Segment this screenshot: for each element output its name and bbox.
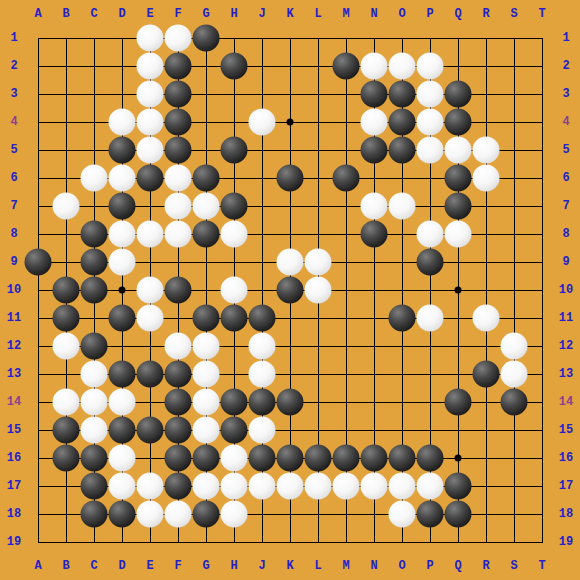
- black-stone-F15: [165, 417, 192, 444]
- black-stone-D15: [109, 417, 136, 444]
- column-label-bottom: A: [34, 559, 41, 573]
- black-stone-K16: [277, 445, 304, 472]
- row-label-left: 12: [7, 339, 21, 353]
- black-stone-O3: [389, 81, 416, 108]
- black-stone-J14: [249, 389, 276, 416]
- white-stone-N4: [361, 109, 388, 136]
- black-stone-F5: [165, 137, 192, 164]
- row-label-right: 12: [559, 339, 573, 353]
- black-stone-C9: [81, 249, 108, 276]
- column-label-bottom: F: [174, 559, 181, 573]
- black-stone-L16: [305, 445, 332, 472]
- black-stone-B15: [53, 417, 80, 444]
- white-stone-F1: [165, 25, 192, 52]
- row-label-right: 18: [559, 507, 573, 521]
- white-stone-G12: [193, 333, 220, 360]
- white-stone-Q8: [445, 221, 472, 248]
- grid-line-horizontal: [38, 542, 543, 543]
- black-stone-D11: [109, 305, 136, 332]
- white-stone-J17: [249, 473, 276, 500]
- row-label-right: 8: [562, 227, 569, 241]
- white-stone-F6: [165, 165, 192, 192]
- row-label-right: 10: [559, 283, 573, 297]
- column-label-bottom: S: [510, 559, 517, 573]
- black-stone-N5: [361, 137, 388, 164]
- white-stone-H8: [221, 221, 248, 248]
- column-label-bottom: Q: [454, 559, 461, 573]
- black-stone-B10: [53, 277, 80, 304]
- white-stone-H10: [221, 277, 248, 304]
- black-stone-Q4: [445, 109, 472, 136]
- white-stone-S12: [501, 333, 528, 360]
- white-stone-E1: [137, 25, 164, 52]
- row-label-right: 16: [559, 451, 573, 465]
- black-stone-K6: [277, 165, 304, 192]
- column-label-bottom: B: [62, 559, 69, 573]
- row-label-left: 6: [10, 171, 17, 185]
- black-stone-M16: [333, 445, 360, 472]
- white-stone-F7: [165, 193, 192, 220]
- row-label-right: 1: [562, 31, 569, 45]
- white-stone-H17: [221, 473, 248, 500]
- row-label-right: 19: [559, 535, 573, 549]
- column-label-top: Q: [454, 7, 461, 21]
- column-label-top: S: [510, 7, 517, 21]
- white-stone-N7: [361, 193, 388, 220]
- row-label-right: 15: [559, 423, 573, 437]
- row-label-left: 13: [7, 367, 21, 381]
- black-stone-G16: [193, 445, 220, 472]
- hoshi-point: [119, 287, 126, 294]
- white-stone-D9: [109, 249, 136, 276]
- black-stone-F10: [165, 277, 192, 304]
- black-stone-N8: [361, 221, 388, 248]
- black-stone-M2: [333, 53, 360, 80]
- white-stone-R6: [473, 165, 500, 192]
- black-stone-P16: [417, 445, 444, 472]
- row-label-left: 1: [10, 31, 17, 45]
- white-stone-E5: [137, 137, 164, 164]
- row-label-left: 3: [10, 87, 17, 101]
- black-stone-Q6: [445, 165, 472, 192]
- white-stone-E11: [137, 305, 164, 332]
- row-label-left: 14: [7, 395, 21, 409]
- row-label-left: 10: [7, 283, 21, 297]
- column-label-bottom: G: [202, 559, 209, 573]
- black-stone-S14: [501, 389, 528, 416]
- black-stone-A9: [25, 249, 52, 276]
- white-stone-O18: [389, 501, 416, 528]
- white-stone-L9: [305, 249, 332, 276]
- black-stone-C17: [81, 473, 108, 500]
- black-stone-J16: [249, 445, 276, 472]
- white-stone-H16: [221, 445, 248, 472]
- black-stone-F2: [165, 53, 192, 80]
- white-stone-G14: [193, 389, 220, 416]
- white-stone-D4: [109, 109, 136, 136]
- column-label-top: B: [62, 7, 69, 21]
- white-stone-D14: [109, 389, 136, 416]
- white-stone-B7: [53, 193, 80, 220]
- column-label-top: H: [230, 7, 237, 21]
- row-label-left: 4: [10, 115, 17, 129]
- white-stone-D8: [109, 221, 136, 248]
- black-stone-F17: [165, 473, 192, 500]
- column-label-bottom: P: [426, 559, 433, 573]
- white-stone-M17: [333, 473, 360, 500]
- column-label-bottom: L: [314, 559, 321, 573]
- column-label-bottom: R: [482, 559, 489, 573]
- column-label-top: F: [174, 7, 181, 21]
- black-stone-H15: [221, 417, 248, 444]
- white-stone-Q5: [445, 137, 472, 164]
- white-stone-D16: [109, 445, 136, 472]
- black-stone-Q18: [445, 501, 472, 528]
- white-stone-P4: [417, 109, 444, 136]
- grid-line-vertical: [514, 38, 515, 543]
- white-stone-G15: [193, 417, 220, 444]
- black-stone-H14: [221, 389, 248, 416]
- column-label-top: J: [258, 7, 265, 21]
- black-stone-H11: [221, 305, 248, 332]
- white-stone-J12: [249, 333, 276, 360]
- black-stone-H5: [221, 137, 248, 164]
- black-stone-C16: [81, 445, 108, 472]
- column-label-bottom: K: [286, 559, 293, 573]
- white-stone-R11: [473, 305, 500, 332]
- black-stone-D5: [109, 137, 136, 164]
- column-label-bottom: M: [342, 559, 349, 573]
- black-stone-G18: [193, 501, 220, 528]
- black-stone-B16: [53, 445, 80, 472]
- white-stone-E3: [137, 81, 164, 108]
- white-stone-K17: [277, 473, 304, 500]
- column-label-top: E: [146, 7, 153, 21]
- grid-line-vertical: [542, 38, 543, 543]
- white-stone-O2: [389, 53, 416, 80]
- black-stone-F13: [165, 361, 192, 388]
- row-label-left: 7: [10, 199, 17, 213]
- white-stone-H18: [221, 501, 248, 528]
- row-label-right: 9: [562, 255, 569, 269]
- column-label-top: L: [314, 7, 321, 21]
- black-stone-K14: [277, 389, 304, 416]
- row-label-right: 11: [559, 311, 573, 325]
- row-label-left: 8: [10, 227, 17, 241]
- white-stone-B14: [53, 389, 80, 416]
- white-stone-J15: [249, 417, 276, 444]
- white-stone-E17: [137, 473, 164, 500]
- row-label-right: 14: [559, 395, 573, 409]
- go-board[interactable]: AA11BB22CC33DD44EE55FF66GG77HH88JJ99KK10…: [0, 0, 580, 580]
- white-stone-E2: [137, 53, 164, 80]
- black-stone-H7: [221, 193, 248, 220]
- white-stone-E8: [137, 221, 164, 248]
- white-stone-L17: [305, 473, 332, 500]
- row-label-right: 2: [562, 59, 569, 73]
- black-stone-Q17: [445, 473, 472, 500]
- black-stone-O16: [389, 445, 416, 472]
- white-stone-C6: [81, 165, 108, 192]
- black-stone-C10: [81, 277, 108, 304]
- black-stone-D18: [109, 501, 136, 528]
- column-label-top: M: [342, 7, 349, 21]
- white-stone-S13: [501, 361, 528, 388]
- white-stone-J4: [249, 109, 276, 136]
- black-stone-R13: [473, 361, 500, 388]
- column-label-top: P: [426, 7, 433, 21]
- black-stone-E13: [137, 361, 164, 388]
- column-label-bottom: N: [370, 559, 377, 573]
- black-stone-D7: [109, 193, 136, 220]
- black-stone-K10: [277, 277, 304, 304]
- white-stone-O7: [389, 193, 416, 220]
- white-stone-F12: [165, 333, 192, 360]
- black-stone-E15: [137, 417, 164, 444]
- row-label-right: 5: [562, 143, 569, 157]
- black-stone-F3: [165, 81, 192, 108]
- white-stone-J13: [249, 361, 276, 388]
- black-stone-C8: [81, 221, 108, 248]
- black-stone-J11: [249, 305, 276, 332]
- row-label-left: 16: [7, 451, 21, 465]
- black-stone-N3: [361, 81, 388, 108]
- black-stone-F4: [165, 109, 192, 136]
- white-stone-N17: [361, 473, 388, 500]
- row-label-left: 2: [10, 59, 17, 73]
- black-stone-P18: [417, 501, 444, 528]
- white-stone-D6: [109, 165, 136, 192]
- column-label-top: R: [482, 7, 489, 21]
- black-stone-O5: [389, 137, 416, 164]
- white-stone-E4: [137, 109, 164, 136]
- column-label-bottom: O: [398, 559, 405, 573]
- column-label-top: D: [118, 7, 125, 21]
- black-stone-G6: [193, 165, 220, 192]
- white-stone-C15: [81, 417, 108, 444]
- white-stone-P2: [417, 53, 444, 80]
- row-label-right: 6: [562, 171, 569, 185]
- black-stone-Q7: [445, 193, 472, 220]
- black-stone-P9: [417, 249, 444, 276]
- black-stone-M6: [333, 165, 360, 192]
- hoshi-point: [455, 455, 462, 462]
- black-stone-O4: [389, 109, 416, 136]
- row-label-right: 13: [559, 367, 573, 381]
- white-stone-N2: [361, 53, 388, 80]
- row-label-right: 7: [562, 199, 569, 213]
- column-label-top: O: [398, 7, 405, 21]
- white-stone-F18: [165, 501, 192, 528]
- row-label-left: 11: [7, 311, 21, 325]
- row-label-left: 15: [7, 423, 21, 437]
- row-label-left: 19: [7, 535, 21, 549]
- white-stone-D17: [109, 473, 136, 500]
- hoshi-point: [287, 119, 294, 126]
- column-label-bottom: T: [538, 559, 545, 573]
- column-label-bottom: E: [146, 559, 153, 573]
- black-stone-G8: [193, 221, 220, 248]
- column-label-bottom: D: [118, 559, 125, 573]
- black-stone-O11: [389, 305, 416, 332]
- white-stone-K9: [277, 249, 304, 276]
- hoshi-point: [455, 287, 462, 294]
- grid-line-horizontal: [38, 346, 543, 347]
- white-stone-P8: [417, 221, 444, 248]
- white-stone-O17: [389, 473, 416, 500]
- white-stone-C14: [81, 389, 108, 416]
- white-stone-L10: [305, 277, 332, 304]
- white-stone-P17: [417, 473, 444, 500]
- black-stone-G1: [193, 25, 220, 52]
- white-stone-C13: [81, 361, 108, 388]
- column-label-top: G: [202, 7, 209, 21]
- black-stone-G11: [193, 305, 220, 332]
- column-label-top: T: [538, 7, 545, 21]
- white-stone-E10: [137, 277, 164, 304]
- black-stone-D13: [109, 361, 136, 388]
- column-label-top: C: [90, 7, 97, 21]
- row-label-left: 9: [10, 255, 17, 269]
- black-stone-C18: [81, 501, 108, 528]
- white-stone-R5: [473, 137, 500, 164]
- row-label-left: 17: [7, 479, 21, 493]
- column-label-bottom: C: [90, 559, 97, 573]
- column-label-bottom: H: [230, 559, 237, 573]
- row-label-left: 18: [7, 507, 21, 521]
- row-label-left: 5: [10, 143, 17, 157]
- white-stone-P11: [417, 305, 444, 332]
- white-stone-P3: [417, 81, 444, 108]
- black-stone-H2: [221, 53, 248, 80]
- white-stone-P5: [417, 137, 444, 164]
- black-stone-F16: [165, 445, 192, 472]
- column-label-top: N: [370, 7, 377, 21]
- white-stone-G7: [193, 193, 220, 220]
- black-stone-Q14: [445, 389, 472, 416]
- white-stone-F8: [165, 221, 192, 248]
- column-label-top: A: [34, 7, 41, 21]
- black-stone-B11: [53, 305, 80, 332]
- white-stone-G13: [193, 361, 220, 388]
- row-label-right: 4: [562, 115, 569, 129]
- grid-line-vertical: [486, 38, 487, 543]
- row-label-right: 3: [562, 87, 569, 101]
- black-stone-E6: [137, 165, 164, 192]
- black-stone-C12: [81, 333, 108, 360]
- white-stone-E18: [137, 501, 164, 528]
- black-stone-Q3: [445, 81, 472, 108]
- column-label-top: K: [286, 7, 293, 21]
- column-label-bottom: J: [258, 559, 265, 573]
- black-stone-F14: [165, 389, 192, 416]
- black-stone-N16: [361, 445, 388, 472]
- row-label-right: 17: [559, 479, 573, 493]
- white-stone-B12: [53, 333, 80, 360]
- white-stone-G17: [193, 473, 220, 500]
